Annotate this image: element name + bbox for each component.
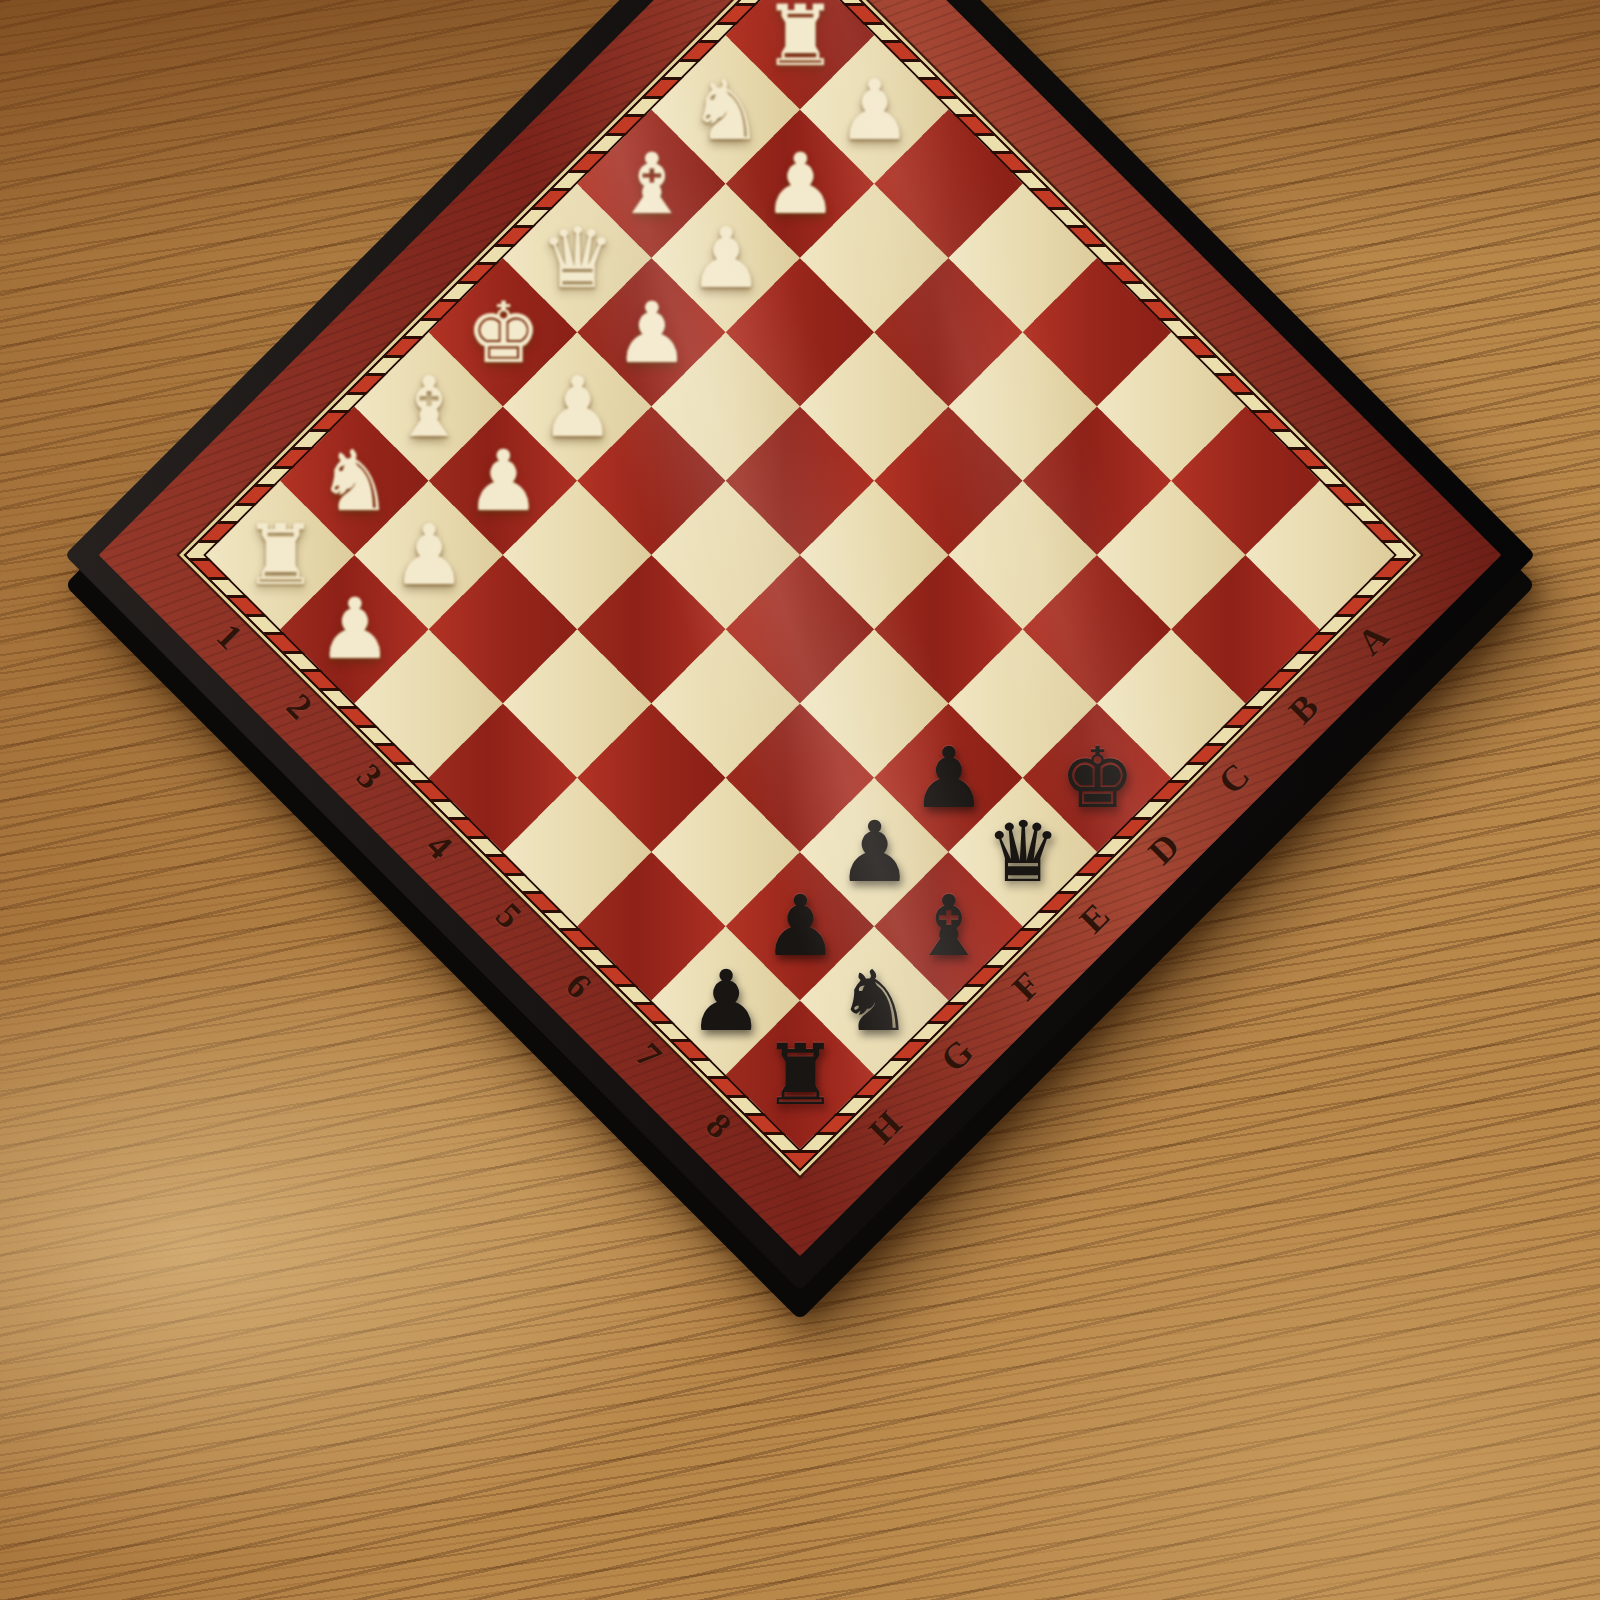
piece-black-f7[interactable]: ♟	[837, 810, 912, 894]
rank-label-2: 2	[278, 685, 320, 727]
rank-label-5: 5	[488, 895, 530, 937]
rank-label-6: 6	[558, 965, 600, 1007]
rank-label-8: 8	[697, 1104, 739, 1146]
piece-black-d8[interactable]: ♚	[1059, 736, 1134, 820]
chess-board: ♜♞♝♚♛♝♞♜♟♟♟♟♟♟♟♟♟♟♟♟♜♞♝♛♚	[203, 0, 1397, 1152]
rank-label-1: 1	[208, 615, 250, 657]
piece-white-h1[interactable]: ♜	[243, 513, 318, 597]
file-label-H: H	[861, 1103, 911, 1153]
piece-white-e1[interactable]: ♚	[465, 290, 540, 374]
piece-white-f1[interactable]: ♝	[391, 365, 466, 449]
piece-black-h8[interactable]: ♜	[762, 1033, 837, 1117]
piece-white-d1[interactable]: ♛	[540, 216, 615, 300]
piece-black-e7[interactable]: ♟	[911, 736, 986, 820]
piece-black-g8[interactable]: ♞	[837, 958, 912, 1042]
piece-white-f2[interactable]: ♟	[465, 439, 540, 523]
piece-white-a2[interactable]: ♟	[837, 68, 912, 152]
piece-black-e8[interactable]: ♛	[985, 810, 1060, 894]
piece-white-c2[interactable]: ♟	[688, 216, 763, 300]
rank-label-3: 3	[348, 755, 390, 797]
piece-white-e2[interactable]: ♟	[540, 365, 615, 449]
piece-black-h7[interactable]: ♟	[688, 958, 763, 1042]
piece-white-c1[interactable]: ♝	[614, 142, 689, 226]
file-label-G: G	[932, 1031, 982, 1081]
piece-white-b1[interactable]: ♞	[688, 68, 763, 152]
decorative-dash-border: ♜♞♝♚♛♝♞♜♟♟♟♟♟♟♟♟♟♟♟♟♜♞♝♛♚	[183, 0, 1416, 1172]
piece-white-g2[interactable]: ♟	[391, 513, 466, 597]
piece-white-h2[interactable]: ♟	[317, 587, 392, 671]
rank-label-7: 7	[627, 1034, 669, 1076]
rank-label-4: 4	[418, 825, 460, 867]
chess-board-case: 12345678 HGFEDCBA ♜♞♝♚♛♝♞♜♟♟♟♟♟♟♟♟♟♟♟♟♜♞…	[65, 0, 1536, 1290]
file-label-E: E	[1071, 895, 1118, 942]
file-label-F: F	[1004, 964, 1049, 1009]
piece-black-g7[interactable]: ♟	[762, 884, 837, 968]
piece-white-g1[interactable]: ♞	[317, 439, 392, 523]
piece-white-b2[interactable]: ♟	[762, 142, 837, 226]
piece-white-a1[interactable]: ♜	[762, 0, 837, 77]
piece-black-f8[interactable]: ♝	[911, 884, 986, 968]
file-label-B: B	[1280, 686, 1327, 733]
piece-white-d2[interactable]: ♟	[614, 290, 689, 374]
file-label-C: C	[1210, 755, 1258, 803]
file-label-D: D	[1140, 825, 1188, 873]
board-frame: 12345678 HGFEDCBA ♜♞♝♚♛♝♞♜♟♟♟♟♟♟♟♟♟♟♟♟♜♞…	[99, 0, 1502, 1256]
file-label-A: A	[1349, 616, 1397, 664]
